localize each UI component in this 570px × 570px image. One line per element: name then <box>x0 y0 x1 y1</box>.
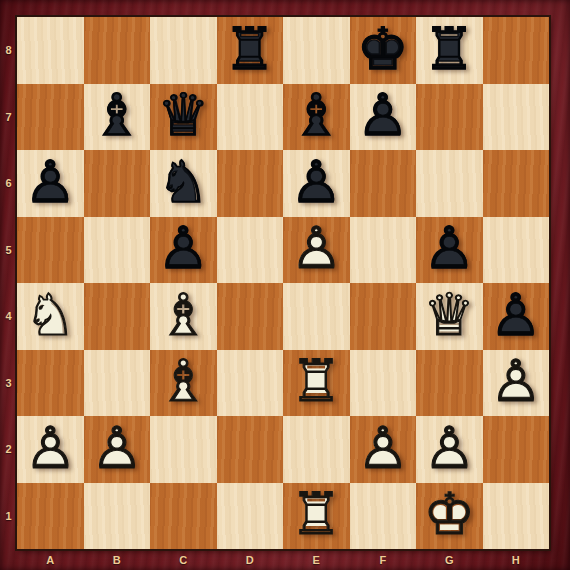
square-c5[interactable]: ♟♙ <box>150 217 217 284</box>
file-label-a: A <box>17 549 84 570</box>
square-b1[interactable] <box>84 483 151 550</box>
piece-black-king[interactable]: ♚♔ <box>350 17 417 84</box>
piece-black-pawn[interactable]: ♟♙ <box>150 217 217 284</box>
piece-black-rook[interactable]: ♜♖ <box>217 17 284 84</box>
square-e5[interactable]: ♟♙ <box>283 217 350 284</box>
square-g4[interactable]: ♛♕ <box>416 283 483 350</box>
piece-black-bishop[interactable]: ♝♗ <box>283 84 350 151</box>
square-f6[interactable] <box>350 150 417 217</box>
rank-label-4: 4 <box>0 283 17 350</box>
square-h2[interactable] <box>483 416 550 483</box>
chessboard-widget: ♜♖♚♔♜♖♝♗♛♕♝♗♟♙♟♙♞♘♟♙♟♙♟♙♟♙♞♘♝♗♛♕♟♙♝♗♜♖♟♙… <box>0 0 570 570</box>
square-e6[interactable]: ♟♙ <box>283 150 350 217</box>
piece-black-rook[interactable]: ♜♖ <box>416 17 483 84</box>
pawn-glyph-outline: ♙ <box>483 350 550 417</box>
rook-glyph-outline: ♖ <box>283 350 350 417</box>
rook-glyph-outline: ♖ <box>416 17 483 84</box>
square-c3[interactable]: ♝♗ <box>150 350 217 417</box>
piece-black-pawn[interactable]: ♟♙ <box>17 150 84 217</box>
square-e4[interactable] <box>283 283 350 350</box>
square-g1[interactable]: ♚♔ <box>416 483 483 550</box>
rank-label-7: 7 <box>0 84 17 151</box>
square-c7[interactable]: ♛♕ <box>150 84 217 151</box>
rank-labels: 87654321 <box>0 17 17 549</box>
square-a8[interactable] <box>17 17 84 84</box>
pawn-glyph-outline: ♙ <box>84 416 151 483</box>
file-labels: ABCDEFGH <box>17 549 549 570</box>
board: ♜♖♚♔♜♖♝♗♛♕♝♗♟♙♟♙♞♘♟♙♟♙♟♙♟♙♞♘♝♗♛♕♟♙♝♗♜♖♟♙… <box>17 17 549 549</box>
square-f7[interactable]: ♟♙ <box>350 84 417 151</box>
square-d3[interactable] <box>217 350 284 417</box>
pawn-glyph-outline: ♙ <box>283 217 350 284</box>
square-f8[interactable]: ♚♔ <box>350 17 417 84</box>
bishop-glyph-outline: ♗ <box>283 84 350 151</box>
bishop-glyph-outline: ♗ <box>84 84 151 151</box>
square-d8[interactable]: ♜♖ <box>217 17 284 84</box>
square-b4[interactable] <box>84 283 151 350</box>
square-c6[interactable]: ♞♘ <box>150 150 217 217</box>
piece-white-pawn[interactable]: ♟♙ <box>350 416 417 483</box>
piece-white-pawn[interactable]: ♟♙ <box>283 217 350 284</box>
square-d1[interactable] <box>217 483 284 550</box>
piece-black-pawn[interactable]: ♟♙ <box>350 84 417 151</box>
square-f5[interactable] <box>350 217 417 284</box>
square-g3[interactable] <box>416 350 483 417</box>
square-b7[interactable]: ♝♗ <box>84 84 151 151</box>
pawn-glyph-outline: ♙ <box>483 283 550 350</box>
file-label-b: B <box>84 549 151 570</box>
square-c1[interactable] <box>150 483 217 550</box>
pawn-glyph-outline: ♙ <box>283 150 350 217</box>
square-b5[interactable] <box>84 217 151 284</box>
square-d2[interactable] <box>217 416 284 483</box>
rank-label-8: 8 <box>0 17 17 84</box>
file-label-f: F <box>350 549 417 570</box>
pawn-glyph-outline: ♙ <box>17 150 84 217</box>
square-a3[interactable] <box>17 350 84 417</box>
square-b8[interactable] <box>84 17 151 84</box>
square-b6[interactable] <box>84 150 151 217</box>
square-e1[interactable]: ♜♖ <box>283 483 350 550</box>
piece-white-pawn[interactable]: ♟♙ <box>416 416 483 483</box>
square-a4[interactable]: ♞♘ <box>17 283 84 350</box>
square-a1[interactable] <box>17 483 84 550</box>
bishop-glyph-outline: ♗ <box>150 283 217 350</box>
square-b2[interactable]: ♟♙ <box>84 416 151 483</box>
piece-black-queen[interactable]: ♛♕ <box>150 84 217 151</box>
file-label-c: C <box>150 549 217 570</box>
piece-black-knight[interactable]: ♞♘ <box>150 150 217 217</box>
pawn-glyph-outline: ♙ <box>416 416 483 483</box>
piece-white-pawn[interactable]: ♟♙ <box>17 416 84 483</box>
piece-white-pawn[interactable]: ♟♙ <box>84 416 151 483</box>
piece-white-bishop[interactable]: ♝♗ <box>150 350 217 417</box>
square-h5[interactable] <box>483 217 550 284</box>
king-glyph-outline: ♔ <box>350 17 417 84</box>
pawn-glyph-outline: ♙ <box>350 416 417 483</box>
square-h4[interactable]: ♟♙ <box>483 283 550 350</box>
square-h6[interactable] <box>483 150 550 217</box>
square-g6[interactable] <box>416 150 483 217</box>
square-h8[interactable] <box>483 17 550 84</box>
square-g2[interactable]: ♟♙ <box>416 416 483 483</box>
square-h7[interactable] <box>483 84 550 151</box>
piece-black-pawn[interactable]: ♟♙ <box>416 217 483 284</box>
square-a6[interactable]: ♟♙ <box>17 150 84 217</box>
square-d7[interactable] <box>217 84 284 151</box>
bishop-glyph-outline: ♗ <box>150 350 217 417</box>
pawn-glyph-outline: ♙ <box>350 84 417 151</box>
file-label-e: E <box>283 549 350 570</box>
square-a2[interactable]: ♟♙ <box>17 416 84 483</box>
piece-white-bishop[interactable]: ♝♗ <box>150 283 217 350</box>
square-c2[interactable] <box>150 416 217 483</box>
square-f1[interactable] <box>350 483 417 550</box>
square-b3[interactable] <box>84 350 151 417</box>
square-g8[interactable]: ♜♖ <box>416 17 483 84</box>
square-h3[interactable]: ♟♙ <box>483 350 550 417</box>
square-c4[interactable]: ♝♗ <box>150 283 217 350</box>
knight-glyph-outline: ♘ <box>150 150 217 217</box>
king-glyph-outline: ♔ <box>416 483 483 550</box>
square-h1[interactable] <box>483 483 550 550</box>
file-label-d: D <box>217 549 284 570</box>
queen-glyph-outline: ♕ <box>416 283 483 350</box>
piece-black-pawn[interactable]: ♟♙ <box>283 150 350 217</box>
square-g7[interactable] <box>416 84 483 151</box>
file-label-h: H <box>483 549 550 570</box>
square-g5[interactable]: ♟♙ <box>416 217 483 284</box>
square-d4[interactable] <box>217 283 284 350</box>
square-f3[interactable] <box>350 350 417 417</box>
rank-label-3: 3 <box>0 350 17 417</box>
rook-glyph-outline: ♖ <box>217 17 284 84</box>
square-d5[interactable] <box>217 217 284 284</box>
square-e7[interactable]: ♝♗ <box>283 84 350 151</box>
square-f4[interactable] <box>350 283 417 350</box>
square-a7[interactable] <box>17 84 84 151</box>
piece-white-rook[interactable]: ♜♖ <box>283 483 350 550</box>
queen-glyph-outline: ♕ <box>150 84 217 151</box>
piece-white-pawn[interactable]: ♟♙ <box>483 350 550 417</box>
piece-white-rook[interactable]: ♜♖ <box>283 350 350 417</box>
rook-glyph-outline: ♖ <box>283 483 350 550</box>
piece-white-king[interactable]: ♚♔ <box>416 483 483 550</box>
square-a5[interactable] <box>17 217 84 284</box>
square-d6[interactable] <box>217 150 284 217</box>
piece-white-queen[interactable]: ♛♕ <box>416 283 483 350</box>
pawn-glyph-outline: ♙ <box>17 416 84 483</box>
pawn-glyph-outline: ♙ <box>416 217 483 284</box>
rank-label-6: 6 <box>0 150 17 217</box>
piece-black-bishop[interactable]: ♝♗ <box>84 84 151 151</box>
rank-label-2: 2 <box>0 416 17 483</box>
knight-glyph-outline: ♘ <box>17 283 84 350</box>
square-e8[interactable] <box>283 17 350 84</box>
square-e2[interactable] <box>283 416 350 483</box>
square-c8[interactable] <box>150 17 217 84</box>
square-f2[interactable]: ♟♙ <box>350 416 417 483</box>
rank-label-1: 1 <box>0 483 17 550</box>
pawn-glyph-outline: ♙ <box>150 217 217 284</box>
piece-white-knight[interactable]: ♞♘ <box>17 283 84 350</box>
file-label-g: G <box>416 549 483 570</box>
square-e3[interactable]: ♜♖ <box>283 350 350 417</box>
rank-label-5: 5 <box>0 217 17 284</box>
piece-black-pawn[interactable]: ♟♙ <box>483 283 550 350</box>
